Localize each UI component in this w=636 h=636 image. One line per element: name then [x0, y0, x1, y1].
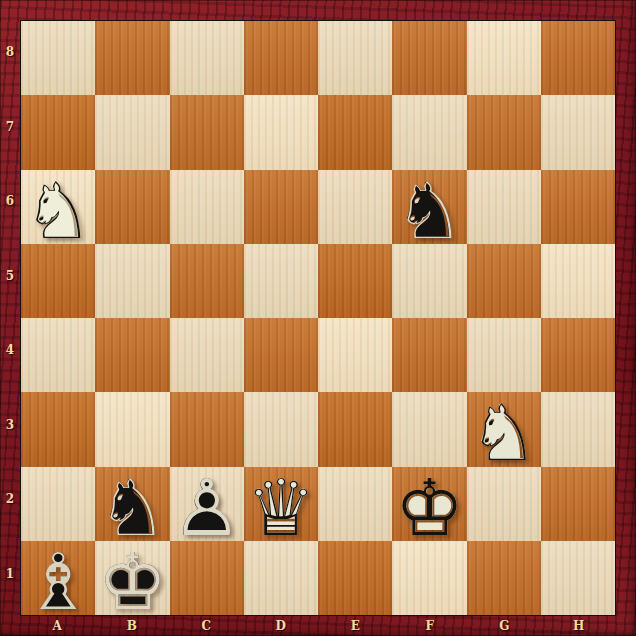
square-b6[interactable]	[95, 170, 169, 244]
rank-label-1: 1	[0, 537, 20, 612]
square-e7[interactable]	[318, 95, 392, 169]
square-a3[interactable]	[21, 392, 95, 466]
rank-label-6: 6	[0, 164, 20, 239]
rank-label-7: 7	[0, 90, 20, 165]
piece-white-knight-g3[interactable]: ♞♘	[467, 392, 541, 466]
square-g8[interactable]	[467, 21, 541, 95]
piece-black-pawn-c2[interactable]: ♟♙	[170, 467, 244, 541]
file-label-e: E	[318, 616, 393, 636]
square-g2[interactable]	[467, 467, 541, 541]
square-c1[interactable]	[170, 541, 244, 615]
black-king-outline-glyph: ♔	[95, 538, 169, 626]
rank-label-3: 3	[0, 388, 20, 463]
square-h7[interactable]	[541, 95, 615, 169]
square-g4[interactable]	[467, 318, 541, 392]
file-label-b: B	[95, 616, 170, 636]
square-b2[interactable]: ♞♘	[95, 467, 169, 541]
square-c3[interactable]	[170, 392, 244, 466]
square-a2[interactable]	[21, 467, 95, 541]
piece-white-knight-a6[interactable]: ♞♘	[21, 170, 95, 244]
square-g5[interactable]	[467, 244, 541, 318]
square-g3[interactable]: ♞♘	[467, 392, 541, 466]
square-c8[interactable]	[170, 21, 244, 95]
square-a6[interactable]: ♞♘	[21, 170, 95, 244]
square-f2[interactable]: ♚♔	[392, 467, 466, 541]
square-d2[interactable]: ♛♕	[244, 467, 318, 541]
square-e8[interactable]	[318, 21, 392, 95]
black-pawn-outline-glyph: ♙	[170, 464, 244, 552]
square-d4[interactable]	[244, 318, 318, 392]
square-h8[interactable]	[541, 21, 615, 95]
square-f4[interactable]	[392, 318, 466, 392]
square-c5[interactable]	[170, 244, 244, 318]
rank-labels: 87654321	[0, 20, 20, 616]
file-label-c: C	[169, 616, 244, 636]
square-a5[interactable]	[21, 244, 95, 318]
square-c4[interactable]	[170, 318, 244, 392]
square-f1[interactable]	[392, 541, 466, 615]
square-a4[interactable]	[21, 318, 95, 392]
square-h5[interactable]	[541, 244, 615, 318]
white-king-outline-glyph: ♔	[392, 464, 466, 552]
file-labels: ABCDEFGH	[20, 616, 616, 636]
black-bishop-outline-glyph: ♗	[21, 538, 95, 626]
chess-board: ♞♘♞♘♞♘♞♘♟♙♛♕♚♔♝♗♚♔	[20, 20, 616, 616]
square-b1[interactable]: ♚♔	[95, 541, 169, 615]
piece-white-queen-d2[interactable]: ♛♕	[244, 467, 318, 541]
chess-board-frame: 87654321 ♞♘♞♘♞♘♞♘♟♙♛♕♚♔♝♗♚♔ ABCDEFGH	[0, 0, 636, 636]
square-a1[interactable]: ♝♗	[21, 541, 95, 615]
square-h3[interactable]	[541, 392, 615, 466]
rank-label-2: 2	[0, 462, 20, 537]
square-a8[interactable]	[21, 21, 95, 95]
square-e6[interactable]	[318, 170, 392, 244]
square-c6[interactable]	[170, 170, 244, 244]
square-b5[interactable]	[95, 244, 169, 318]
square-e5[interactable]	[318, 244, 392, 318]
square-g7[interactable]	[467, 95, 541, 169]
square-b8[interactable]	[95, 21, 169, 95]
square-h6[interactable]	[541, 170, 615, 244]
piece-black-king-b1[interactable]: ♚♔	[95, 541, 169, 615]
square-f5[interactable]	[392, 244, 466, 318]
square-d7[interactable]	[244, 95, 318, 169]
square-f3[interactable]	[392, 392, 466, 466]
white-knight-outline-glyph: ♘	[467, 389, 541, 477]
square-e3[interactable]	[318, 392, 392, 466]
square-e1[interactable]	[318, 541, 392, 615]
square-c2[interactable]: ♟♙	[170, 467, 244, 541]
square-f8[interactable]	[392, 21, 466, 95]
file-label-f: F	[393, 616, 468, 636]
square-d8[interactable]	[244, 21, 318, 95]
piece-black-bishop-a1[interactable]: ♝♗	[21, 541, 95, 615]
square-h4[interactable]	[541, 318, 615, 392]
file-label-g: G	[467, 616, 542, 636]
rank-label-8: 8	[0, 15, 20, 90]
square-a7[interactable]	[21, 95, 95, 169]
piece-white-king-f2[interactable]: ♚♔	[392, 467, 466, 541]
square-d6[interactable]	[244, 170, 318, 244]
square-b7[interactable]	[95, 95, 169, 169]
white-knight-outline-glyph: ♘	[21, 167, 95, 255]
square-b4[interactable]	[95, 318, 169, 392]
square-f7[interactable]	[392, 95, 466, 169]
square-c7[interactable]	[170, 95, 244, 169]
square-h2[interactable]	[541, 467, 615, 541]
piece-black-knight-f6[interactable]: ♞♘	[392, 170, 466, 244]
square-f6[interactable]: ♞♘	[392, 170, 466, 244]
file-label-h: H	[542, 616, 617, 636]
square-b3[interactable]	[95, 392, 169, 466]
black-knight-outline-glyph: ♘	[392, 167, 466, 255]
rank-label-5: 5	[0, 239, 20, 314]
square-g1[interactable]	[467, 541, 541, 615]
square-e2[interactable]	[318, 467, 392, 541]
square-h1[interactable]	[541, 541, 615, 615]
square-e4[interactable]	[318, 318, 392, 392]
white-queen-outline-glyph: ♕	[244, 464, 318, 552]
rank-label-4: 4	[0, 313, 20, 388]
file-label-d: D	[244, 616, 319, 636]
square-d1[interactable]	[244, 541, 318, 615]
square-d5[interactable]	[244, 244, 318, 318]
file-label-a: A	[20, 616, 95, 636]
piece-black-knight-b2[interactable]: ♞♘	[95, 467, 169, 541]
square-d3[interactable]	[244, 392, 318, 466]
square-g6[interactable]	[467, 170, 541, 244]
